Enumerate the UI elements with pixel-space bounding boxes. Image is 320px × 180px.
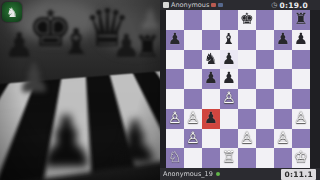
chess-board[interactable]: ♚♜♟♝♟♟♞♟♟♟♙♙♙♟♙♙♙♙♘♖♔ xyxy=(166,10,310,168)
square-g3[interactable] xyxy=(274,109,292,129)
square-d8[interactable] xyxy=(220,10,238,30)
piece-c6[interactable]: ♞ xyxy=(202,50,220,70)
square-e3[interactable] xyxy=(238,109,256,129)
square-f4[interactable] xyxy=(256,89,274,109)
flag-icon-1 xyxy=(211,3,216,7)
opponent-clock: 0:19.0 xyxy=(279,1,308,10)
square-d4[interactable]: ♙ xyxy=(220,89,238,109)
square-c2[interactable] xyxy=(202,129,220,149)
square-c6[interactable]: ♞ xyxy=(202,50,220,70)
flag-icon-2 xyxy=(218,3,223,7)
photo-vignette xyxy=(0,0,160,180)
square-d1[interactable]: ♖ xyxy=(220,148,238,168)
photo-panel: ♟♚♝♛♟♜♟♟♟♟ ♞ xyxy=(0,0,160,180)
square-a7[interactable]: ♟ xyxy=(166,30,184,50)
opponent-name[interactable]: Anonymous xyxy=(171,1,209,9)
square-a2[interactable] xyxy=(166,129,184,149)
online-status-dot xyxy=(216,172,220,176)
square-g5[interactable] xyxy=(274,69,292,89)
square-h3[interactable]: ♙ xyxy=(292,109,310,129)
piece-h8[interactable]: ♜ xyxy=(292,10,310,30)
channel-logo-knight-icon[interactable]: ♞ xyxy=(2,2,22,22)
square-b7[interactable] xyxy=(184,30,202,50)
square-h6[interactable] xyxy=(292,50,310,70)
square-c5[interactable]: ♟ xyxy=(202,69,220,89)
square-f8[interactable] xyxy=(256,10,274,30)
square-e8[interactable]: ♚ xyxy=(238,10,256,30)
square-h5[interactable] xyxy=(292,69,310,89)
square-e6[interactable] xyxy=(238,50,256,70)
square-h4[interactable] xyxy=(292,89,310,109)
player-name[interactable]: Anonymous_19 xyxy=(163,170,213,178)
piece-e8[interactable]: ♚ xyxy=(238,10,256,30)
square-e4[interactable] xyxy=(238,89,256,109)
square-d5[interactable]: ♟ xyxy=(220,69,238,89)
square-a3[interactable]: ♙ xyxy=(166,109,184,129)
square-a6[interactable] xyxy=(166,50,184,70)
piece-d7[interactable]: ♝ xyxy=(220,30,238,50)
square-e1[interactable] xyxy=(238,148,256,168)
square-g8[interactable] xyxy=(274,10,292,30)
bottom-player-bar: Anonymous_19 0:11.1 xyxy=(160,168,320,180)
square-e7[interactable] xyxy=(238,30,256,50)
square-h8[interactable]: ♜ xyxy=(292,10,310,30)
square-e2[interactable]: ♙ xyxy=(238,129,256,149)
piece-g2[interactable]: ♙ xyxy=(274,129,292,149)
square-f3[interactable] xyxy=(256,109,274,129)
piece-d6[interactable]: ♟ xyxy=(220,50,238,70)
piece-h3[interactable]: ♙ xyxy=(292,109,310,129)
stream-frame: ♟♚♝♛♟♜♟♟♟♟ ♞ Anonymous ◷ 0:19.0 ♚♜♟♝♟♟♞♟… xyxy=(0,0,320,180)
piece-g7[interactable]: ♟ xyxy=(274,30,292,50)
square-b2[interactable]: ♙ xyxy=(184,129,202,149)
square-f5[interactable] xyxy=(256,69,274,89)
square-c3[interactable]: ♟ xyxy=(202,109,220,129)
piece-c3[interactable]: ♟ xyxy=(202,109,220,129)
square-f2[interactable] xyxy=(256,129,274,149)
square-c7[interactable] xyxy=(202,30,220,50)
square-b6[interactable] xyxy=(184,50,202,70)
square-a5[interactable] xyxy=(166,69,184,89)
square-f6[interactable] xyxy=(256,50,274,70)
piece-c5[interactable]: ♟ xyxy=(202,69,220,89)
square-h1[interactable]: ♔ xyxy=(292,148,310,168)
square-b8[interactable] xyxy=(184,10,202,30)
clock-icon: ◷ xyxy=(271,1,277,9)
square-a8[interactable] xyxy=(166,10,184,30)
square-b3[interactable]: ♙ xyxy=(184,109,202,129)
piece-b2[interactable]: ♙ xyxy=(184,129,202,149)
square-b4[interactable] xyxy=(184,89,202,109)
square-h7[interactable]: ♟ xyxy=(292,30,310,50)
square-g1[interactable] xyxy=(274,148,292,168)
square-d3[interactable] xyxy=(220,109,238,129)
square-g7[interactable]: ♟ xyxy=(274,30,292,50)
player-clock-active: 0:11.1 xyxy=(281,169,316,180)
piece-e2[interactable]: ♙ xyxy=(238,129,256,149)
piece-d5[interactable]: ♟ xyxy=(220,69,238,89)
square-b5[interactable] xyxy=(184,69,202,89)
piece-b3[interactable]: ♙ xyxy=(184,109,202,129)
square-f7[interactable] xyxy=(256,30,274,50)
piece-a7[interactable]: ♟ xyxy=(166,30,184,50)
piece-h1[interactable]: ♔ xyxy=(292,148,310,168)
square-g4[interactable] xyxy=(274,89,292,109)
square-d2[interactable] xyxy=(220,129,238,149)
piece-a1[interactable]: ♘ xyxy=(166,148,184,168)
square-d7[interactable]: ♝ xyxy=(220,30,238,50)
piece-d1[interactable]: ♖ xyxy=(220,148,238,168)
square-c4[interactable] xyxy=(202,89,220,109)
piece-a3[interactable]: ♙ xyxy=(166,109,184,129)
square-c8[interactable] xyxy=(202,10,220,30)
square-e5[interactable] xyxy=(238,69,256,89)
square-g6[interactable] xyxy=(274,50,292,70)
square-b1[interactable] xyxy=(184,148,202,168)
square-f1[interactable] xyxy=(256,148,274,168)
top-player-bar: Anonymous ◷ 0:19.0 xyxy=(160,0,320,10)
square-a4[interactable] xyxy=(166,89,184,109)
square-h2[interactable] xyxy=(292,129,310,149)
square-a1[interactable]: ♘ xyxy=(166,148,184,168)
opponent-avatar[interactable] xyxy=(163,2,169,8)
square-c1[interactable] xyxy=(202,148,220,168)
square-d6[interactable]: ♟ xyxy=(220,50,238,70)
piece-d4[interactable]: ♙ xyxy=(220,89,238,109)
piece-h7[interactable]: ♟ xyxy=(292,30,310,50)
game-panel: Anonymous ◷ 0:19.0 ♚♜♟♝♟♟♞♟♟♟♙♙♙♟♙♙♙♙♘♖♔… xyxy=(160,0,320,180)
square-g2[interactable]: ♙ xyxy=(274,129,292,149)
